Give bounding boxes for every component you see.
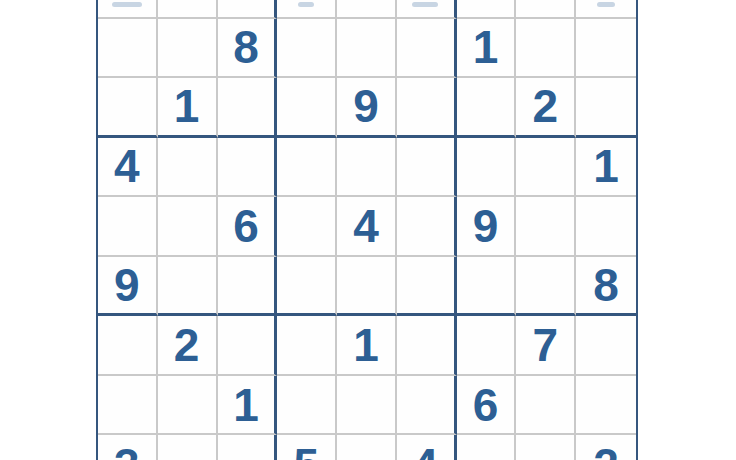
cell-r9c2[interactable]: [158, 435, 218, 460]
cell-r7c1[interactable]: [98, 316, 158, 376]
cell-r7c7[interactable]: [457, 316, 517, 376]
given-digit: 1: [174, 83, 200, 129]
cell-r8c7[interactable]: 6: [457, 376, 517, 436]
given-digit: 6: [473, 382, 499, 428]
cell-r2c1[interactable]: [98, 19, 158, 79]
cell-r6c9[interactable]: 8: [576, 257, 636, 317]
cell-r4c4[interactable]: [277, 138, 337, 198]
given-digit: 2: [593, 442, 619, 460]
cell-r8c5[interactable]: [337, 376, 397, 436]
cell-r8c8[interactable]: [516, 376, 576, 436]
cell-r9c4[interactable]: 5: [277, 435, 337, 460]
cell-r5c8[interactable]: [516, 197, 576, 257]
cell-r9c1[interactable]: 3: [98, 435, 158, 460]
cell-r3c4[interactable]: [277, 78, 337, 138]
given-digit: 8: [233, 24, 259, 70]
given-digit: 1: [593, 143, 619, 189]
cell-r3c8[interactable]: 2: [516, 78, 576, 138]
cell-r3c6[interactable]: [397, 78, 457, 138]
cell-r7c8[interactable]: 7: [516, 316, 576, 376]
cell-r4c1[interactable]: 4: [98, 138, 158, 198]
cell-r4c9[interactable]: 1: [576, 138, 636, 198]
cell-r5c2[interactable]: [158, 197, 218, 257]
cell-r3c1[interactable]: [98, 78, 158, 138]
cell-r7c3[interactable]: [218, 316, 278, 376]
cell-r4c6[interactable]: [397, 138, 457, 198]
cropped-digit-smudge: [112, 2, 142, 7]
cell-r2c7[interactable]: 1: [457, 19, 517, 79]
given-digit: 4: [114, 143, 140, 189]
cell-r1c8[interactable]: [516, 0, 576, 19]
cell-r7c5[interactable]: 1: [337, 316, 397, 376]
cell-r2c2[interactable]: [158, 19, 218, 79]
given-digit: 5: [293, 442, 319, 460]
cell-r6c4[interactable]: [277, 257, 337, 317]
cell-r5c6[interactable]: [397, 197, 457, 257]
cell-r8c4[interactable]: [277, 376, 337, 436]
cell-r1c5[interactable]: [337, 0, 397, 19]
cell-r2c8[interactable]: [516, 19, 576, 79]
cell-r9c3[interactable]: [218, 435, 278, 460]
cell-r9c9[interactable]: 2: [576, 435, 636, 460]
given-digit: 7: [533, 322, 559, 368]
cell-r8c6[interactable]: [397, 376, 457, 436]
cell-r9c6[interactable]: 4: [397, 435, 457, 460]
cell-r8c3[interactable]: 1: [218, 376, 278, 436]
cell-r8c1[interactable]: [98, 376, 158, 436]
given-digit: 1: [353, 322, 379, 368]
given-digit: 9: [473, 203, 499, 249]
cell-r5c3[interactable]: 6: [218, 197, 278, 257]
cell-r4c7[interactable]: [457, 138, 517, 198]
cell-r1c3[interactable]: [218, 0, 278, 19]
given-digit: 3: [114, 442, 140, 460]
cell-r9c5[interactable]: [337, 435, 397, 460]
cropped-digit-smudge: [597, 2, 615, 7]
cell-r6c8[interactable]: [516, 257, 576, 317]
cell-r3c7[interactable]: [457, 78, 517, 138]
cell-r5c5[interactable]: 4: [337, 197, 397, 257]
cell-r8c2[interactable]: [158, 376, 218, 436]
cell-r2c3[interactable]: 8: [218, 19, 278, 79]
cell-r7c9[interactable]: [576, 316, 636, 376]
cell-r4c8[interactable]: [516, 138, 576, 198]
cell-r7c4[interactable]: [277, 316, 337, 376]
cell-r1c1[interactable]: [98, 0, 158, 19]
given-digit: 2: [533, 83, 559, 129]
cell-r6c5[interactable]: [337, 257, 397, 317]
sudoku-board: 811924164998217163542: [96, 0, 638, 460]
cell-r5c4[interactable]: [277, 197, 337, 257]
cell-r6c7[interactable]: [457, 257, 517, 317]
cropped-digit-smudge: [298, 2, 314, 7]
cell-r2c9[interactable]: [576, 19, 636, 79]
cell-r2c6[interactable]: [397, 19, 457, 79]
cell-r1c7[interactable]: [457, 0, 517, 19]
cell-r3c9[interactable]: [576, 78, 636, 138]
cell-r3c2[interactable]: 1: [158, 78, 218, 138]
cropped-digit-smudge: [412, 2, 438, 7]
given-digit: 1: [233, 382, 259, 428]
given-digit: 8: [593, 262, 619, 308]
cell-r7c6[interactable]: [397, 316, 457, 376]
cell-r1c4[interactable]: [277, 0, 337, 19]
cell-r2c4[interactable]: [277, 19, 337, 79]
cell-r9c7[interactable]: [457, 435, 517, 460]
cell-r9c8[interactable]: [516, 435, 576, 460]
cell-r6c6[interactable]: [397, 257, 457, 317]
given-digit: 2: [174, 322, 200, 368]
cell-r6c3[interactable]: [218, 257, 278, 317]
given-digit: 6: [233, 203, 259, 249]
given-digit: 9: [353, 83, 379, 129]
cell-r1c2[interactable]: [158, 0, 218, 19]
given-digit: 1: [473, 24, 499, 70]
cell-r4c5[interactable]: [337, 138, 397, 198]
cell-r1c9[interactable]: [576, 0, 636, 19]
cell-r4c2[interactable]: [158, 138, 218, 198]
cell-r7c2[interactable]: 2: [158, 316, 218, 376]
cell-r4c3[interactable]: [218, 138, 278, 198]
cell-r1c6[interactable]: [397, 0, 457, 19]
given-digit: 9: [114, 262, 140, 308]
given-digit: 4: [353, 203, 379, 249]
cell-r2c5[interactable]: [337, 19, 397, 79]
sudoku-page: 811924164998217163542: [0, 0, 736, 460]
cell-r3c5[interactable]: 9: [337, 78, 397, 138]
cell-r3c3[interactable]: [218, 78, 278, 138]
cell-r6c2[interactable]: [158, 257, 218, 317]
cell-r8c9[interactable]: [576, 376, 636, 436]
cell-r5c1[interactable]: [98, 197, 158, 257]
cell-r6c1[interactable]: 9: [98, 257, 158, 317]
cell-r5c9[interactable]: [576, 197, 636, 257]
given-digit: 4: [412, 442, 438, 460]
cell-r5c7[interactable]: 9: [457, 197, 517, 257]
